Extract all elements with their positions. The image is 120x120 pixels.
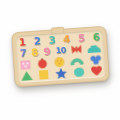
piece-number-8[interactable]: 8 [31, 47, 39, 57]
piece-circle[interactable] [74, 67, 85, 77]
piece-number-5[interactable]: 5 [78, 33, 86, 43]
board-recess: 12345678910 [15, 30, 105, 83]
piece-butterfly[interactable] [70, 45, 83, 55]
piece-heart[interactable] [91, 66, 103, 77]
piece-number-9[interactable]: 9 [43, 47, 51, 57]
piece-rainbow-arch[interactable] [70, 57, 83, 65]
piece-grapes[interactable] [90, 55, 102, 65]
piece-square[interactable] [39, 70, 49, 80]
piece-cube[interactable] [20, 60, 31, 70]
puzzle-board: 12345678910 [11, 26, 110, 87]
piece-number-4[interactable]: 4 [63, 34, 71, 44]
piece-number-7[interactable]: 7 [19, 48, 27, 58]
piece-cookie[interactable] [54, 57, 65, 68]
piece-number-1[interactable]: 1 [19, 37, 27, 47]
piece-number-3[interactable]: 3 [48, 35, 56, 45]
product-photo: 12345678910 [0, 0, 120, 120]
piece-number-10[interactable]: 10 [55, 47, 66, 56]
piece-star[interactable] [55, 67, 68, 79]
piece-apple[interactable] [37, 58, 48, 69]
piece-rows: 12345678910 [19, 31, 103, 82]
piece-waves[interactable] [87, 44, 101, 53]
piece-triangle[interactable] [21, 71, 33, 81]
piece-number-6[interactable]: 6 [92, 32, 100, 42]
piece-number-2[interactable]: 2 [33, 36, 41, 46]
